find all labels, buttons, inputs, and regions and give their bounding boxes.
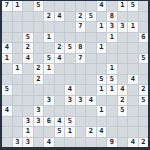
clue-cell-r9c11[interactable]: 1 [107, 85, 117, 95]
empty-cell-r8c12[interactable] [118, 75, 128, 85]
cell-grid: 7154152425871331511642258114547512112554… [2, 1, 148, 147]
empty-cell-r7c8[interactable] [76, 64, 86, 74]
empty-cell-r7c7[interactable] [65, 64, 75, 74]
clue-cell-r5c1[interactable]: 4 [2, 43, 12, 53]
empty-cell-r11c8[interactable] [76, 106, 86, 116]
clue-cell-r14c5[interactable]: 4 [44, 138, 54, 148]
empty-cell-r2c13[interactable] [128, 12, 138, 22]
empty-cell-r12c9[interactable] [86, 117, 96, 127]
clue-cell-r6c3[interactable]: 4 [23, 54, 33, 64]
empty-cell-r13c8[interactable] [76, 127, 86, 137]
clue-cell-r8c13[interactable]: 4 [128, 75, 138, 85]
empty-cell-r3c2[interactable] [13, 22, 23, 32]
empty-cell-r10c6[interactable] [55, 96, 65, 106]
empty-cell-r3c3[interactable] [23, 22, 33, 32]
clue-cell-r12c4[interactable]: 3 [34, 117, 44, 127]
empty-cell-r1c3[interactable] [23, 1, 33, 11]
empty-cell-r4c13[interactable] [128, 33, 138, 43]
empty-cell-r5c5[interactable] [44, 43, 54, 53]
empty-cell-r2c12[interactable] [118, 12, 128, 22]
empty-cell-r2c4[interactable] [34, 12, 44, 22]
empty-cell-r12c10[interactable] [97, 117, 107, 127]
empty-cell-r14c10[interactable] [97, 138, 107, 148]
clue-cell-r1c2[interactable]: 1 [13, 1, 23, 11]
empty-cell-r10c11[interactable] [107, 96, 117, 106]
empty-cell-r13c12[interactable] [118, 127, 128, 137]
clue-cell-r6c6[interactable]: 4 [55, 54, 65, 64]
clue-cell-r12c6[interactable]: 4 [55, 117, 65, 127]
clue-cell-r9c10[interactable]: 1 [97, 85, 107, 95]
clue-cell-r1c4[interactable]: 5 [34, 1, 44, 11]
empty-cell-r8c14[interactable] [139, 75, 149, 85]
empty-cell-r13c5[interactable] [44, 127, 54, 137]
clue-cell-r9c7[interactable]: 4 [65, 85, 75, 95]
empty-cell-r8c2[interactable] [13, 75, 23, 85]
clue-cell-r14c14[interactable]: 2 [139, 138, 149, 148]
empty-cell-r11c14[interactable] [139, 106, 149, 116]
empty-cell-r9c3[interactable] [23, 85, 33, 95]
empty-cell-r3c14[interactable] [139, 22, 149, 32]
empty-cell-r14c8[interactable] [76, 138, 86, 148]
clue-cell-r6c14[interactable]: 5 [139, 54, 149, 64]
clue-cell-r11c1[interactable]: 4 [2, 106, 12, 116]
empty-cell-r6c11[interactable] [107, 54, 117, 64]
empty-cell-r14c1[interactable] [2, 138, 12, 148]
empty-cell-r9c9[interactable] [86, 85, 96, 95]
empty-cell-r10c4[interactable] [34, 96, 44, 106]
empty-cell-r1c8[interactable] [76, 1, 86, 11]
empty-cell-r9c8[interactable] [76, 85, 86, 95]
clue-cell-r6c8[interactable]: 7 [76, 54, 86, 64]
empty-cell-r3c1[interactable] [2, 22, 12, 32]
clue-cell-r14c13[interactable]: 4 [128, 138, 138, 148]
clue-cell-r9c14[interactable]: 2 [139, 85, 149, 95]
empty-cell-r8c7[interactable] [65, 75, 75, 85]
clue-cell-r7c2[interactable]: 1 [13, 64, 23, 74]
empty-cell-r10c10[interactable] [97, 96, 107, 106]
clue-cell-r1c12[interactable]: 1 [118, 1, 128, 11]
empty-cell-r14c6[interactable] [55, 138, 65, 148]
empty-cell-r5c12[interactable] [118, 43, 128, 53]
clue-cell-r1c13[interactable]: 5 [128, 1, 138, 11]
empty-cell-r4c10[interactable] [97, 33, 107, 43]
empty-cell-r8c8[interactable] [76, 75, 86, 85]
empty-cell-r11c9[interactable] [86, 106, 96, 116]
empty-cell-r4c12[interactable] [118, 33, 128, 43]
empty-cell-r10c3[interactable] [23, 96, 33, 106]
clue-cell-r5c3[interactable]: 2 [23, 43, 33, 53]
clue-cell-r14c2[interactable]: 3 [13, 138, 23, 148]
clue-cell-r7c11[interactable]: 1 [107, 64, 117, 74]
clue-cell-r6c5[interactable]: 5 [44, 54, 54, 64]
clue-cell-r13c10[interactable]: 4 [97, 127, 107, 137]
empty-cell-r2c10[interactable] [97, 12, 107, 22]
clue-cell-r8c11[interactable]: 5 [107, 75, 117, 85]
clue-cell-r8c10[interactable]: 5 [97, 75, 107, 85]
empty-cell-r3c5[interactable] [44, 22, 54, 32]
clue-cell-r3c11[interactable]: 3 [107, 22, 117, 32]
empty-cell-r6c2[interactable] [13, 54, 23, 64]
clue-cell-r13c7[interactable]: 1 [65, 127, 75, 137]
empty-cell-r14c7[interactable] [65, 138, 75, 148]
clue-cell-r10c12[interactable]: 2 [118, 96, 128, 106]
empty-cell-r12c13[interactable] [128, 117, 138, 127]
empty-cell-r1c7[interactable] [65, 1, 75, 11]
empty-cell-r7c3[interactable] [23, 64, 33, 74]
empty-cell-r3c9[interactable] [86, 22, 96, 32]
empty-cell-r3c6[interactable] [55, 22, 65, 32]
clue-cell-r9c12[interactable]: 4 [118, 85, 128, 95]
clue-cell-r4c11[interactable]: 1 [107, 33, 117, 43]
clue-cell-r11c12[interactable]: 5 [118, 106, 128, 116]
clue-cell-r2c8[interactable]: 2 [76, 12, 86, 22]
empty-cell-r8c9[interactable] [86, 75, 96, 85]
empty-cell-r4c2[interactable] [13, 33, 23, 43]
clue-cell-r10c5[interactable]: 3 [44, 96, 54, 106]
clue-cell-r10c9[interactable]: 4 [86, 96, 96, 106]
clue-cell-r4c3[interactable]: 5 [23, 33, 33, 43]
empty-cell-r11c13[interactable] [128, 106, 138, 116]
empty-cell-r3c4[interactable] [34, 22, 44, 32]
empty-cell-r11c11[interactable] [107, 106, 117, 116]
empty-cell-r11c6[interactable] [55, 106, 65, 116]
empty-cell-r8c6[interactable] [55, 75, 65, 85]
empty-cell-r13c2[interactable] [13, 127, 23, 137]
empty-cell-r2c7[interactable] [65, 12, 75, 22]
clue-cell-r1c10[interactable]: 4 [97, 1, 107, 11]
clue-cell-r14c3[interactable]: 3 [23, 138, 33, 148]
empty-cell-r1c14[interactable] [139, 1, 149, 11]
empty-cell-r12c12[interactable] [118, 117, 128, 127]
empty-cell-r2c1[interactable] [2, 12, 12, 22]
empty-cell-r10c1[interactable] [2, 96, 12, 106]
empty-cell-r8c5[interactable] [44, 75, 54, 85]
empty-cell-r7c9[interactable] [86, 64, 96, 74]
empty-cell-r12c2[interactable] [13, 117, 23, 127]
clue-cell-r3c8[interactable]: 7 [76, 22, 86, 32]
empty-cell-r7c12[interactable] [118, 64, 128, 74]
empty-cell-r9c13[interactable] [128, 85, 138, 95]
empty-cell-r9c5[interactable] [44, 85, 54, 95]
clue-cell-r1c1[interactable]: 7 [2, 1, 12, 11]
clue-cell-r2c9[interactable]: 5 [86, 12, 96, 22]
clue-cell-r12c7[interactable]: 5 [65, 117, 75, 127]
clue-cell-r2c11[interactable]: 8 [107, 12, 117, 22]
empty-cell-r8c1[interactable] [2, 75, 12, 85]
empty-cell-r10c13[interactable] [128, 96, 138, 106]
empty-cell-r5c9[interactable] [86, 43, 96, 53]
empty-cell-r11c5[interactable] [44, 106, 54, 116]
empty-cell-r2c3[interactable] [23, 12, 33, 22]
empty-cell-r4c7[interactable] [65, 33, 75, 43]
clue-cell-r12c5[interactable]: 6 [44, 117, 54, 127]
empty-cell-r14c4[interactable] [34, 138, 44, 148]
empty-cell-r6c7[interactable] [65, 54, 75, 64]
empty-cell-r5c14[interactable] [139, 43, 149, 53]
empty-cell-r4c6[interactable] [55, 33, 65, 43]
puzzle-board: 7154152425871331511642258114547512112554… [0, 0, 150, 150]
empty-cell-r13c14[interactable] [139, 127, 149, 137]
clue-cell-r7c5[interactable]: 1 [44, 64, 54, 74]
clue-cell-r10c14[interactable]: 5 [139, 96, 149, 106]
empty-cell-r6c4[interactable] [34, 54, 44, 64]
empty-cell-r7c6[interactable] [55, 64, 65, 74]
empty-cell-r12c14[interactable] [139, 117, 149, 127]
empty-cell-r5c2[interactable] [13, 43, 23, 53]
empty-cell-r13c11[interactable] [107, 127, 117, 137]
clue-cell-r11c4[interactable]: 3 [34, 106, 44, 116]
empty-cell-r4c1[interactable] [2, 33, 12, 43]
empty-cell-r9c2[interactable] [13, 85, 23, 95]
clue-cell-r5c8[interactable]: 8 [76, 43, 86, 53]
empty-cell-r12c1[interactable] [2, 117, 12, 127]
clue-cell-r10c8[interactable]: 3 [76, 96, 86, 106]
clue-cell-r3c13[interactable]: 1 [128, 22, 138, 32]
clue-cell-r10c7[interactable]: 3 [65, 96, 75, 106]
empty-cell-r11c2[interactable] [13, 106, 23, 116]
empty-cell-r13c4[interactable] [34, 127, 44, 137]
empty-cell-r2c14[interactable] [139, 12, 149, 22]
clue-cell-r12c3[interactable]: 3 [23, 117, 33, 127]
empty-cell-r14c12[interactable] [118, 138, 128, 148]
empty-cell-r6c9[interactable] [86, 54, 96, 64]
empty-cell-r12c8[interactable] [76, 117, 86, 127]
clue-cell-r13c3[interactable]: 1 [23, 127, 33, 137]
clue-cell-r5c7[interactable]: 5 [65, 43, 75, 53]
empty-cell-r11c7[interactable] [65, 106, 75, 116]
clue-cell-r5c6[interactable]: 2 [55, 43, 65, 53]
empty-cell-r9c4[interactable] [34, 85, 44, 95]
clue-cell-r3c10[interactable]: 1 [97, 22, 107, 32]
empty-cell-r5c4[interactable] [34, 43, 44, 53]
empty-cell-r14c9[interactable] [86, 138, 96, 148]
clue-cell-r11c10[interactable]: 1 [97, 106, 107, 116]
empty-cell-r10c2[interactable] [13, 96, 23, 106]
empty-cell-r1c11[interactable] [107, 1, 117, 11]
clue-cell-r9c1[interactable]: 5 [2, 85, 12, 95]
clue-cell-r6c1[interactable]: 1 [2, 54, 12, 64]
empty-cell-r4c8[interactable] [76, 33, 86, 43]
clue-cell-r7c4[interactable]: 2 [34, 64, 44, 74]
clue-cell-r5c10[interactable]: 1 [97, 43, 107, 53]
clue-cell-r4c14[interactable]: 6 [139, 33, 149, 43]
empty-cell-r7c13[interactable] [128, 64, 138, 74]
empty-cell-r4c9[interactable] [86, 33, 96, 43]
empty-cell-r7c1[interactable] [2, 64, 12, 74]
empty-cell-r4c4[interactable] [34, 33, 44, 43]
empty-cell-r6c10[interactable] [97, 54, 107, 64]
empty-cell-r3c7[interactable] [65, 22, 75, 32]
empty-cell-r11c3[interactable] [23, 106, 33, 116]
empty-cell-r12c11[interactable] [107, 117, 117, 127]
clue-cell-r4c5[interactable]: 1 [44, 33, 54, 43]
empty-cell-r5c13[interactable] [128, 43, 138, 53]
clue-cell-r2c6[interactable]: 4 [55, 12, 65, 22]
empty-cell-r1c9[interactable] [86, 1, 96, 11]
empty-cell-r13c1[interactable] [2, 127, 12, 137]
empty-cell-r9c6[interactable] [55, 85, 65, 95]
clue-cell-r14c11[interactable]: 9 [107, 138, 117, 148]
empty-cell-r5c11[interactable] [107, 43, 117, 53]
empty-cell-r6c12[interactable] [118, 54, 128, 64]
empty-cell-r2c2[interactable] [13, 12, 23, 22]
empty-cell-r1c6[interactable] [55, 1, 65, 11]
empty-cell-r8c3[interactable] [23, 75, 33, 85]
clue-cell-r2c5[interactable]: 2 [44, 12, 54, 22]
empty-cell-r1c5[interactable] [44, 1, 54, 11]
empty-cell-r13c13[interactable] [128, 127, 138, 137]
empty-cell-r7c10[interactable] [97, 64, 107, 74]
clue-cell-r13c6[interactable]: 5 [55, 127, 65, 137]
clue-cell-r8c4[interactable]: 2 [34, 75, 44, 85]
clue-cell-r3c12[interactable]: 3 [118, 22, 128, 32]
empty-cell-r6c13[interactable] [128, 54, 138, 64]
empty-cell-r7c14[interactable] [139, 64, 149, 74]
clue-cell-r13c9[interactable]: 2 [86, 127, 96, 137]
